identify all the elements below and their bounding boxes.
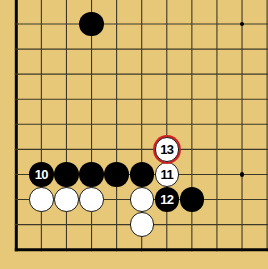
move-number: 12 [160, 193, 173, 206]
stone-black [79, 162, 103, 186]
stone-white [54, 187, 78, 211]
star-point [240, 22, 245, 27]
stone-black: 10 [29, 162, 53, 186]
stone-white [79, 187, 103, 211]
star-point [240, 172, 245, 177]
move-number: 13 [160, 142, 173, 155]
stone-white [130, 187, 154, 211]
stone-black [130, 162, 154, 186]
stone-black: 12 [155, 187, 179, 211]
stone-black [104, 162, 128, 186]
stone-black [180, 187, 204, 211]
stone-white-marked: 13 [155, 137, 179, 161]
move-number: 10 [35, 167, 48, 180]
stone-white: 11 [155, 162, 179, 186]
move-number: 11 [161, 167, 174, 180]
stone-black [54, 162, 78, 186]
go-board-diagram: 10111213 [0, 0, 268, 269]
stone-white [130, 212, 154, 236]
stone-black [79, 12, 103, 36]
stones-layer: 10111213 [0, 0, 268, 269]
stone-white [29, 187, 53, 211]
